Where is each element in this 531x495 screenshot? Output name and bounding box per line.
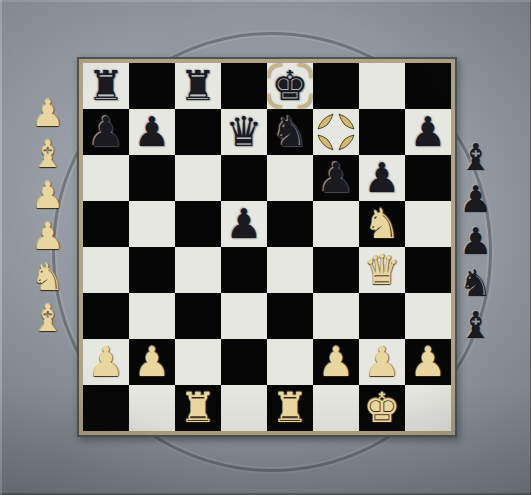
square-h1[interactable] bbox=[405, 385, 451, 431]
piece-white-pawn[interactable]: ♟ bbox=[88, 342, 125, 383]
captured-white-pawn: ♟ bbox=[31, 218, 64, 255]
captured-white-pawn: ♟ bbox=[31, 177, 64, 214]
square-b1[interactable] bbox=[129, 385, 175, 431]
square-a7[interactable]: ♟ bbox=[83, 109, 129, 155]
square-h2[interactable]: ♟ bbox=[405, 339, 451, 385]
square-h6[interactable] bbox=[405, 155, 451, 201]
square-b8[interactable] bbox=[129, 63, 175, 109]
piece-white-pawn[interactable]: ♟ bbox=[410, 342, 447, 383]
captured-black-knight: ♞ bbox=[459, 265, 492, 302]
square-c6[interactable] bbox=[175, 155, 221, 201]
piece-white-pawn[interactable]: ♟ bbox=[134, 342, 171, 383]
square-g5[interactable]: ♞ bbox=[359, 201, 405, 247]
square-b6[interactable] bbox=[129, 155, 175, 201]
square-b7[interactable]: ♟ bbox=[129, 109, 175, 155]
square-h8[interactable] bbox=[405, 63, 451, 109]
square-d8[interactable] bbox=[221, 63, 267, 109]
chess-board: ♜♜♚♟♟♛♞♟♟♟♟♞♛♟♟♟♟♟♜♜♚ bbox=[83, 63, 451, 431]
captured-white-pieces-tray: ♟♝♟♟♞♝ bbox=[31, 95, 64, 337]
square-c3[interactable] bbox=[175, 293, 221, 339]
square-f5[interactable] bbox=[313, 201, 359, 247]
square-e1[interactable]: ♜ bbox=[267, 385, 313, 431]
square-d3[interactable] bbox=[221, 293, 267, 339]
piece-black-queen[interactable]: ♛ bbox=[226, 112, 263, 153]
square-f8[interactable] bbox=[313, 63, 359, 109]
square-b5[interactable] bbox=[129, 201, 175, 247]
square-g7[interactable] bbox=[359, 109, 405, 155]
piece-white-queen[interactable]: ♛ bbox=[364, 250, 401, 291]
square-g2[interactable]: ♟ bbox=[359, 339, 405, 385]
square-d2[interactable] bbox=[221, 339, 267, 385]
square-c4[interactable] bbox=[175, 247, 221, 293]
square-f7[interactable] bbox=[313, 109, 359, 155]
piece-black-pawn[interactable]: ♟ bbox=[364, 158, 401, 199]
piece-white-knight[interactable]: ♞ bbox=[364, 204, 401, 245]
square-f1[interactable] bbox=[313, 385, 359, 431]
square-c1[interactable]: ♜ bbox=[175, 385, 221, 431]
square-b2[interactable]: ♟ bbox=[129, 339, 175, 385]
square-b4[interactable] bbox=[129, 247, 175, 293]
square-g8[interactable] bbox=[359, 63, 405, 109]
captured-black-pawn: ♟ bbox=[459, 223, 492, 260]
square-c8[interactable]: ♜ bbox=[175, 63, 221, 109]
captured-white-bishop: ♝ bbox=[31, 136, 64, 173]
piece-black-king[interactable]: ♚ bbox=[272, 66, 309, 107]
square-c5[interactable] bbox=[175, 201, 221, 247]
square-a1[interactable] bbox=[83, 385, 129, 431]
piece-black-pawn[interactable]: ♟ bbox=[134, 112, 171, 153]
move-origin-marker bbox=[313, 109, 359, 155]
square-d5[interactable]: ♟ bbox=[221, 201, 267, 247]
square-h3[interactable] bbox=[405, 293, 451, 339]
piece-black-pawn[interactable]: ♟ bbox=[318, 158, 355, 199]
square-c2[interactable] bbox=[175, 339, 221, 385]
square-e6[interactable] bbox=[267, 155, 313, 201]
captured-black-bishop: ♝ bbox=[459, 139, 492, 176]
piece-white-pawn[interactable]: ♟ bbox=[318, 342, 355, 383]
square-h7[interactable]: ♟ bbox=[405, 109, 451, 155]
square-a4[interactable] bbox=[83, 247, 129, 293]
square-h4[interactable] bbox=[405, 247, 451, 293]
captured-white-bishop: ♝ bbox=[31, 300, 64, 337]
square-h5[interactable] bbox=[405, 201, 451, 247]
chess-board-frame: ♜♜♚♟♟♛♞♟♟♟♟♞♛♟♟♟♟♟♜♜♚ bbox=[77, 57, 457, 437]
piece-white-pawn[interactable]: ♟ bbox=[364, 342, 401, 383]
square-f4[interactable] bbox=[313, 247, 359, 293]
square-e5[interactable] bbox=[267, 201, 313, 247]
captured-white-knight: ♞ bbox=[31, 259, 64, 296]
piece-black-pawn[interactable]: ♟ bbox=[88, 112, 125, 153]
square-a2[interactable]: ♟ bbox=[83, 339, 129, 385]
chess-app-window: ♟♝♟♟♞♝ ♝♟♟♞♝ ♜♜♚♟♟♛♞♟♟♟♟♞♛♟♟♟♟♟♜♜♚ bbox=[0, 0, 531, 495]
square-e2[interactable] bbox=[267, 339, 313, 385]
square-c7[interactable] bbox=[175, 109, 221, 155]
captured-black-pawn: ♟ bbox=[459, 181, 492, 218]
square-e4[interactable] bbox=[267, 247, 313, 293]
piece-white-rook[interactable]: ♜ bbox=[272, 388, 309, 429]
square-d4[interactable] bbox=[221, 247, 267, 293]
square-e8[interactable]: ♚ bbox=[267, 63, 313, 109]
square-b3[interactable] bbox=[129, 293, 175, 339]
square-d7[interactable]: ♛ bbox=[221, 109, 267, 155]
square-f3[interactable] bbox=[313, 293, 359, 339]
piece-black-pawn[interactable]: ♟ bbox=[410, 112, 447, 153]
captured-black-bishop: ♝ bbox=[459, 307, 492, 344]
piece-black-knight[interactable]: ♞ bbox=[272, 112, 309, 153]
square-d6[interactable] bbox=[221, 155, 267, 201]
square-a8[interactable]: ♜ bbox=[83, 63, 129, 109]
square-e3[interactable] bbox=[267, 293, 313, 339]
square-g4[interactable]: ♛ bbox=[359, 247, 405, 293]
piece-white-king[interactable]: ♚ bbox=[364, 388, 401, 429]
square-a3[interactable] bbox=[83, 293, 129, 339]
piece-black-rook[interactable]: ♜ bbox=[88, 66, 125, 107]
square-e7[interactable]: ♞ bbox=[267, 109, 313, 155]
piece-white-rook[interactable]: ♜ bbox=[180, 388, 217, 429]
piece-black-pawn[interactable]: ♟ bbox=[226, 204, 263, 245]
square-a5[interactable] bbox=[83, 201, 129, 247]
square-a6[interactable] bbox=[83, 155, 129, 201]
piece-black-rook[interactable]: ♜ bbox=[180, 66, 217, 107]
square-g3[interactable] bbox=[359, 293, 405, 339]
captured-white-pawn: ♟ bbox=[31, 95, 64, 132]
square-g1[interactable]: ♚ bbox=[359, 385, 405, 431]
square-f2[interactable]: ♟ bbox=[313, 339, 359, 385]
square-f6[interactable]: ♟ bbox=[313, 155, 359, 201]
captured-black-pieces-tray: ♝♟♟♞♝ bbox=[459, 139, 492, 344]
square-d1[interactable] bbox=[221, 385, 267, 431]
square-g6[interactable]: ♟ bbox=[359, 155, 405, 201]
